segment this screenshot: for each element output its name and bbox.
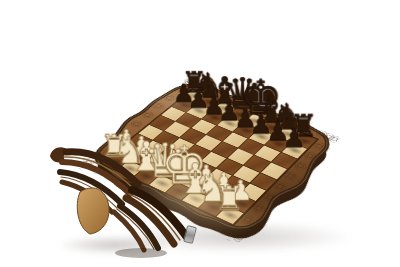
white-rook-glyph: ♜	[211, 182, 248, 216]
black-pawn-glyph: ♟	[277, 125, 311, 151]
eagle-lower-wing	[114, 190, 186, 250]
eagle-carving	[46, 140, 196, 260]
eagle-gold-feather	[77, 188, 109, 234]
